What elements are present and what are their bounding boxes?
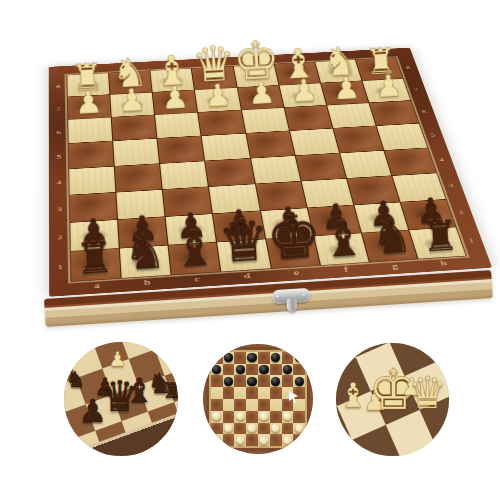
checkers-square	[211, 352, 223, 364]
checkers-square	[211, 423, 223, 435]
checkers-square	[211, 411, 223, 423]
checkers-square	[258, 387, 270, 399]
square-h1[interactable]: ♜	[409, 227, 465, 259]
checkers-square	[234, 375, 246, 387]
square-b7[interactable]: ♟	[110, 93, 154, 118]
latch-screw-icon	[276, 294, 280, 298]
light-queen-closeup: ♛	[408, 371, 447, 415]
square-h7[interactable]: ♟	[362, 79, 410, 103]
checkers-square	[282, 411, 294, 423]
dark-knight-closeup: ♞	[66, 369, 86, 391]
checkers-square	[270, 364, 282, 376]
light-pawn[interactable]: ♟	[204, 80, 233, 111]
checkers-square	[246, 423, 258, 435]
light-checker	[283, 412, 292, 421]
light-checker	[259, 436, 268, 445]
dark-rook[interactable]: ♜	[75, 237, 115, 279]
black-checker	[247, 353, 256, 362]
light-checker	[236, 412, 245, 421]
coordinate-label: b	[122, 276, 173, 290]
coordinate-label: 8	[52, 75, 65, 98]
coordinate-label: 4	[52, 169, 67, 196]
square-f5[interactable]	[290, 129, 339, 155]
coordinate-label: 6	[52, 120, 66, 145]
checkers-square	[223, 411, 235, 423]
light-checker	[271, 424, 280, 433]
checkers-square	[293, 411, 305, 423]
checkers-square	[223, 352, 235, 364]
checkers-square	[270, 411, 282, 423]
light-checker	[247, 424, 256, 433]
dark-rook[interactable]: ♜	[421, 216, 460, 258]
square-c5[interactable]	[158, 136, 205, 163]
square-b6[interactable]	[112, 115, 157, 141]
checkers-square	[293, 423, 305, 435]
checkers-square	[270, 434, 282, 446]
checkers-square	[293, 434, 305, 446]
checkers-square	[234, 399, 246, 411]
checkers-square	[211, 434, 223, 446]
coordinate-label: e	[271, 266, 323, 279]
checkers-square	[246, 375, 258, 387]
checkers-square	[223, 434, 235, 446]
checkers-square	[282, 364, 294, 376]
checkers-square	[246, 434, 258, 446]
square-a6[interactable]	[68, 118, 112, 144]
dark-bishop[interactable]: ♝	[172, 224, 218, 273]
light-pawn-closeup: ♟	[109, 349, 127, 369]
board-grid: ♜♞♝♛♚♝♞♜♟♟♟♟♟♟♟♟♟♟♟♟♟♟♟♟♜♞♝♛♚♝♞♜	[67, 58, 465, 282]
inset-checkers-setup[interactable]	[203, 344, 313, 454]
dark-knight[interactable]: ♞	[123, 230, 167, 277]
checkers-square	[270, 375, 282, 387]
square-g5[interactable]	[333, 126, 383, 152]
coordinate-label: 2	[52, 222, 67, 252]
checkers-square	[234, 352, 246, 364]
checkers-square	[223, 375, 235, 387]
light-checker	[212, 412, 221, 421]
square-d4[interactable]	[206, 158, 255, 186]
square-e5[interactable]	[246, 131, 294, 157]
checkers-square	[223, 423, 235, 435]
checkers-square	[211, 375, 223, 387]
checkers-square	[258, 364, 270, 376]
checkers-square	[293, 387, 305, 399]
light-checker	[236, 436, 245, 445]
square-c1[interactable]: ♝	[169, 242, 221, 274]
black-checker	[224, 377, 233, 386]
rank-labels-left: 87654321	[52, 75, 69, 282]
coordinate-label: f	[320, 263, 372, 276]
coordinate-label: 7	[52, 97, 66, 121]
checkers-square	[293, 364, 305, 376]
checkers-square	[270, 352, 282, 364]
light-checker	[259, 412, 268, 421]
square-f6[interactable]	[284, 106, 332, 131]
light-pawn[interactable]: ♟	[161, 83, 190, 114]
square-h6[interactable]	[369, 101, 418, 126]
checkers-square	[246, 399, 258, 411]
checkers-square	[258, 399, 270, 411]
square-e6[interactable]	[242, 108, 289, 133]
checkers-square	[258, 423, 270, 435]
square-b5[interactable]	[113, 139, 159, 166]
checkers-square	[223, 364, 235, 376]
dark-king[interactable]: ♚	[264, 205, 322, 267]
square-h5[interactable]	[377, 124, 428, 150]
latch-hook	[286, 298, 297, 313]
checkers-square	[246, 411, 258, 423]
chess-board: 87654321 87654321 abcdefgh ♜♞♝♛♚♝♞♜♟♟♟♟♟…	[49, 48, 492, 297]
coordinate-label: c	[172, 273, 223, 287]
checkers-square	[258, 352, 270, 364]
coordinate-label: h	[418, 257, 470, 270]
coordinate-label: 3	[52, 195, 67, 223]
inset-light-pieces-closeup[interactable]: ♝♟♚♟♛	[336, 343, 449, 456]
dark-knight[interactable]: ♞	[370, 214, 413, 260]
black-checker	[247, 377, 256, 386]
light-pawn[interactable]: ♟	[332, 73, 361, 103]
checkers-square	[270, 399, 282, 411]
checkers-square	[211, 399, 223, 411]
board-frame: 87654321 87654321 abcdefgh ♜♞♝♛♚♝♞♜♟♟♟♟♟…	[49, 48, 492, 297]
coordinate-label: g	[369, 260, 421, 273]
light-checker	[283, 436, 292, 445]
checkers-square	[258, 434, 270, 446]
square-g1[interactable]: ♞	[362, 230, 418, 262]
square-c7[interactable]: ♟	[153, 90, 198, 114]
black-checker	[271, 353, 280, 362]
coordinate-label: d	[222, 270, 273, 284]
square-d6[interactable]	[198, 110, 244, 135]
square-a4[interactable]	[69, 166, 115, 194]
checkers-square	[270, 387, 282, 399]
checkers-square	[223, 399, 235, 411]
square-d5[interactable]	[202, 134, 250, 161]
dark-pawn-closeup: ♟	[78, 395, 107, 427]
square-b1[interactable]: ♞	[120, 245, 171, 278]
square-e4[interactable]	[251, 156, 301, 184]
checkers-square	[234, 434, 246, 446]
light-pawn[interactable]: ♟	[247, 78, 276, 108]
black-checker	[283, 365, 292, 374]
square-f4[interactable]	[295, 153, 345, 181]
black-checker	[259, 365, 268, 374]
black-checker	[271, 377, 280, 386]
checkers-square	[211, 387, 223, 399]
black-checker	[236, 365, 245, 374]
square-g6[interactable]	[327, 103, 376, 128]
square-d1[interactable]: ♛	[217, 239, 270, 271]
light-pawn[interactable]: ♟	[117, 85, 146, 116]
checkers-square	[282, 352, 294, 364]
checkers-square	[234, 411, 246, 423]
black-checker	[224, 353, 233, 362]
latch-screw-icon	[302, 293, 306, 297]
square-c4[interactable]	[160, 161, 208, 189]
square-d7[interactable]: ♟	[195, 88, 240, 112]
dark-bishop[interactable]: ♝	[320, 215, 365, 263]
checkers-square	[234, 387, 246, 399]
light-pawn[interactable]: ♟	[374, 71, 402, 101]
checkers-square	[258, 411, 270, 423]
checkers-square	[282, 375, 294, 387]
checkers-square	[246, 387, 258, 399]
square-a1[interactable]: ♜	[71, 249, 121, 282]
square-c6[interactable]	[155, 113, 201, 139]
checkers-square	[293, 399, 305, 411]
black-checker	[295, 377, 304, 386]
checkers-square	[258, 375, 270, 387]
light-pawn[interactable]: ♟	[74, 87, 103, 118]
light-checker	[295, 424, 304, 433]
coordinate-label: 1	[52, 251, 68, 282]
square-a5[interactable]	[69, 141, 114, 168]
checkers-square	[246, 364, 258, 376]
checkers-square	[234, 423, 246, 435]
checkers-square	[282, 434, 294, 446]
light-checker	[224, 424, 233, 433]
square-a7[interactable]: ♟	[68, 95, 111, 120]
checkers-square	[246, 352, 258, 364]
square-h4[interactable]	[384, 148, 436, 175]
checkers-square	[211, 364, 223, 376]
checkers-square	[293, 375, 305, 387]
black-checker	[212, 365, 221, 374]
checkers-square	[270, 423, 282, 435]
coordinate-label: 5	[52, 144, 66, 170]
checkers-square	[293, 352, 305, 364]
black-checker	[295, 353, 304, 362]
inset-dark-pieces-closeup[interactable]: ♟♞♟♛♝♞♜♟	[64, 342, 178, 456]
checkers-square	[234, 364, 246, 376]
dark-queen[interactable]: ♛	[217, 213, 271, 271]
dark-rook-closeup: ♜	[162, 380, 178, 402]
square-b4[interactable]	[115, 164, 162, 192]
checkers-square	[282, 399, 294, 411]
checkers-square	[282, 423, 294, 435]
coordinate-label: a	[72, 279, 123, 293]
square-e1[interactable]: ♚	[266, 236, 320, 268]
product-photo-scene: 87654321 87654321 abcdefgh ♜♞♝♛♚♝♞♜♟♟♟♟♟…	[0, 0, 500, 500]
light-checker	[212, 436, 221, 445]
metal-latch[interactable]	[272, 288, 311, 304]
checkers-square	[223, 387, 235, 399]
square-f7[interactable]: ♟	[279, 83, 326, 107]
light-pawn[interactable]: ♟	[290, 76, 319, 106]
square-e7[interactable]: ♟	[237, 86, 283, 110]
square-g4[interactable]	[340, 150, 391, 177]
square-g7[interactable]: ♟	[321, 81, 368, 105]
